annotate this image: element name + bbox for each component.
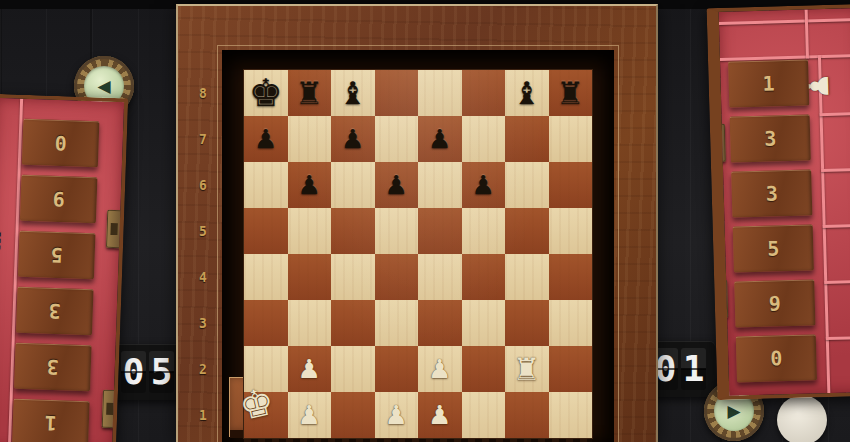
piece-white-pawn[interactable]: ♟	[418, 346, 462, 392]
captured-black-pieces: ♜♝♞♟	[0, 98, 124, 102]
board-square[interactable]	[244, 208, 288, 254]
rank-label: 1	[190, 391, 216, 439]
board-square[interactable]	[288, 300, 332, 346]
felt-wall	[805, 9, 809, 58]
piece-white-pawn[interactable]: ♟	[288, 346, 332, 392]
felt-wall	[824, 280, 850, 284]
value-tile[interactable]: 0	[736, 334, 817, 382]
board-square[interactable]	[375, 70, 419, 116]
felt-wall	[719, 18, 850, 25]
board-square[interactable]	[462, 392, 506, 438]
board-square[interactable]	[505, 392, 549, 438]
value-tile[interactable]: 0	[22, 119, 100, 168]
board-square[interactable]	[375, 116, 419, 162]
board-square[interactable]	[462, 346, 506, 392]
board-square[interactable]	[549, 392, 593, 438]
piece-white-pawn[interactable]: ♟	[418, 392, 462, 438]
board-square[interactable]	[505, 162, 549, 208]
board-square[interactable]	[549, 300, 593, 346]
board-square[interactable]	[288, 116, 332, 162]
board-square[interactable]	[418, 254, 462, 300]
value-tiles-right: 133590	[728, 59, 817, 382]
board-square[interactable]	[375, 208, 419, 254]
board-square[interactable]	[331, 346, 375, 392]
capture-tray-right: ♟ 133590	[707, 4, 850, 400]
board-square[interactable]	[462, 70, 506, 116]
brass-latch	[710, 124, 726, 162]
board-square[interactable]	[375, 346, 419, 392]
piece-white-pawn[interactable]: ♟	[375, 392, 419, 438]
board-square[interactable]	[288, 254, 332, 300]
felt-wall	[826, 336, 850, 340]
rank-labels: 87654321	[190, 70, 216, 438]
felt-wall	[820, 112, 850, 116]
board-square[interactable]	[549, 162, 593, 208]
capture-tray-left: 095331 ♜♝♞♟	[0, 94, 128, 442]
piece-black-pawn[interactable]: ♟	[288, 162, 332, 208]
value-tile[interactable]: 5	[18, 231, 96, 280]
rank-label: 5	[190, 207, 216, 255]
board-square[interactable]	[505, 300, 549, 346]
flip-digit: 5	[149, 351, 174, 393]
felt-wall	[823, 224, 850, 228]
board-square[interactable]	[331, 392, 375, 438]
chess-board-box: 87654321 ♚♜♝♝♜♟♟♟♟♟♟♚♟♟♟♟♟♜	[176, 4, 658, 442]
board-square[interactable]	[418, 300, 462, 346]
board-square[interactable]	[505, 116, 549, 162]
table-surface: 05 01 ◀ ▶ 87654321 ♚♜♝♝♜♟♟♟♟♟♟♚♟♟♟♟♟♜ 09…	[0, 0, 850, 442]
board-square[interactable]	[549, 116, 593, 162]
rank-label: 3	[190, 299, 216, 347]
board-square[interactable]	[331, 208, 375, 254]
value-tile[interactable]: 3	[731, 169, 812, 217]
piece-black-rook[interactable]: ♜	[288, 70, 332, 116]
piece-black-pawn[interactable]: ♟	[375, 162, 419, 208]
board-square[interactable]	[331, 162, 375, 208]
value-tile[interactable]: 3	[14, 343, 92, 392]
board-square[interactable]	[549, 208, 593, 254]
board-square[interactable]	[375, 300, 419, 346]
flip-digit: 1	[681, 348, 706, 390]
value-tile[interactable]: 1	[12, 399, 90, 442]
board-square[interactable]	[418, 70, 462, 116]
left-arrow-icon: ◀	[97, 78, 110, 95]
flip-digit: 0	[121, 351, 146, 393]
board-square[interactable]	[375, 254, 419, 300]
white-piece-base-disc	[777, 395, 827, 442]
value-tile[interactable]: 5	[733, 224, 814, 272]
right-arrow-icon: ▶	[727, 403, 740, 420]
felt-wall	[821, 168, 850, 172]
board-square[interactable]	[462, 254, 506, 300]
board-square[interactable]	[462, 208, 506, 254]
piece-black-bishop[interactable]: ♝	[331, 70, 375, 116]
piece-black-bishop[interactable]: ♝	[505, 70, 549, 116]
value-tile[interactable]: 9	[734, 279, 815, 327]
board-square[interactable]	[244, 300, 288, 346]
value-tiles-left: 095331	[12, 119, 99, 442]
board-square[interactable]	[418, 162, 462, 208]
board-square[interactable]	[331, 300, 375, 346]
value-tile[interactable]: 3	[730, 114, 811, 162]
piece-white-rook[interactable]: ♜	[505, 346, 549, 392]
rank-label: 2	[190, 345, 216, 393]
board-square[interactable]	[462, 300, 506, 346]
value-tile[interactable]: 3	[16, 287, 94, 336]
board-square[interactable]	[462, 116, 506, 162]
rank-label: 8	[190, 69, 216, 117]
brass-latch	[106, 210, 122, 249]
piece-black-rook[interactable]: ♜	[549, 70, 593, 116]
board-square[interactable]	[418, 208, 462, 254]
board-square[interactable]	[549, 254, 593, 300]
rank-label: 4	[190, 253, 216, 301]
board-square[interactable]	[505, 254, 549, 300]
board-square[interactable]	[549, 346, 593, 392]
piece-white-pawn[interactable]: ♟	[288, 392, 332, 438]
board-square[interactable]	[505, 208, 549, 254]
piece-black-pawn[interactable]: ♟	[331, 116, 375, 162]
brass-latch	[712, 280, 728, 318]
rank-label: 7	[190, 115, 216, 163]
piece-black-pawn[interactable]: ♟	[462, 162, 506, 208]
brass-latch	[102, 390, 118, 429]
piece-black-pawn[interactable]: ♟	[244, 116, 288, 162]
captured-black-bishop[interactable]: ♝	[0, 281, 2, 309]
board-square[interactable]	[244, 162, 288, 208]
value-tile[interactable]: 9	[20, 175, 98, 224]
rank-label: 6	[190, 161, 216, 209]
board-square[interactable]	[244, 254, 288, 300]
board-square[interactable]	[331, 254, 375, 300]
capture-counter-left: 05	[112, 344, 183, 400]
value-tile[interactable]: 1	[728, 59, 809, 107]
board-square[interactable]	[288, 208, 332, 254]
piece-black-pawn[interactable]: ♟	[418, 116, 462, 162]
captured-black-rook[interactable]: ♜	[0, 227, 4, 255]
piece-black-king[interactable]: ♚	[244, 70, 288, 116]
